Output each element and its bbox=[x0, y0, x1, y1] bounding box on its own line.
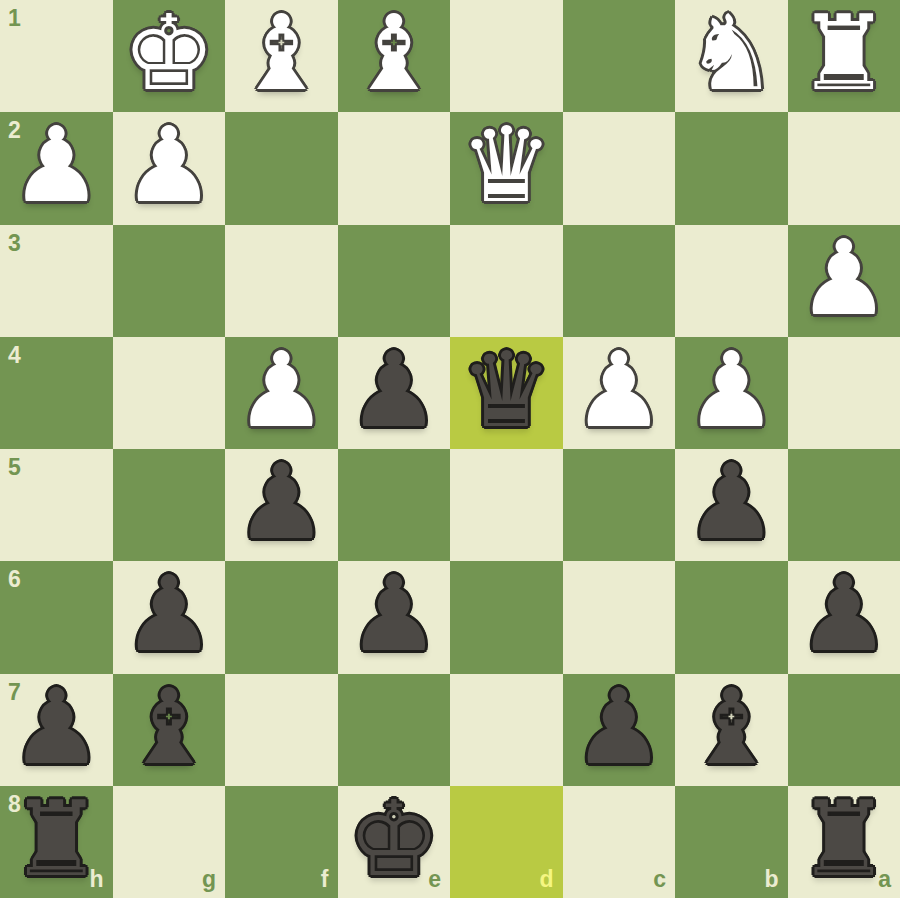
square-g6[interactable]: ♟ bbox=[113, 561, 226, 673]
white-king[interactable]: ♚ bbox=[113, 0, 226, 109]
square-h4[interactable]: 4 bbox=[0, 337, 113, 449]
square-d6[interactable] bbox=[450, 561, 563, 673]
square-d1[interactable] bbox=[450, 0, 563, 112]
black-queen[interactable]: ♛ bbox=[450, 334, 563, 446]
rank-label-6: 6 bbox=[8, 568, 21, 591]
square-d5[interactable] bbox=[450, 449, 563, 561]
file-label-g: g bbox=[202, 868, 216, 891]
rank-label-8: 8 bbox=[8, 793, 21, 816]
square-b1[interactable]: ♞ bbox=[675, 0, 788, 112]
square-g8[interactable]: g bbox=[113, 786, 226, 898]
square-d7[interactable] bbox=[450, 674, 563, 786]
square-e4[interactable]: ♟ bbox=[338, 337, 451, 449]
white-bishop[interactable]: ♝ bbox=[225, 0, 338, 109]
square-b4[interactable]: ♟ bbox=[675, 337, 788, 449]
white-pawn[interactable]: ♟ bbox=[675, 334, 788, 446]
square-c4[interactable]: ♟ bbox=[563, 337, 676, 449]
square-g5[interactable] bbox=[113, 449, 226, 561]
square-g7[interactable]: ♝ bbox=[113, 674, 226, 786]
square-c8[interactable]: c bbox=[563, 786, 676, 898]
square-c7[interactable]: ♟ bbox=[563, 674, 676, 786]
square-g1[interactable]: ♚ bbox=[113, 0, 226, 112]
square-e5[interactable] bbox=[338, 449, 451, 561]
file-label-h: h bbox=[89, 868, 103, 891]
black-bishop[interactable]: ♝ bbox=[675, 671, 788, 783]
square-e6[interactable]: ♟ bbox=[338, 561, 451, 673]
square-h7[interactable]: 7♟ bbox=[0, 674, 113, 786]
file-label-f: f bbox=[321, 868, 329, 891]
square-c6[interactable] bbox=[563, 561, 676, 673]
white-pawn[interactable]: ♟ bbox=[788, 222, 900, 334]
square-h5[interactable]: 5 bbox=[0, 449, 113, 561]
square-h8[interactable]: 8h♜ bbox=[0, 786, 113, 898]
square-a2[interactable] bbox=[788, 112, 900, 224]
rank-label-2: 2 bbox=[8, 119, 21, 142]
square-g3[interactable] bbox=[113, 225, 226, 337]
black-pawn[interactable]: ♟ bbox=[675, 446, 788, 558]
black-pawn[interactable]: ♟ bbox=[788, 558, 900, 670]
square-c2[interactable] bbox=[563, 112, 676, 224]
square-f3[interactable] bbox=[225, 225, 338, 337]
file-label-a: a bbox=[878, 868, 891, 891]
black-pawn[interactable]: ♟ bbox=[338, 558, 451, 670]
square-c1[interactable] bbox=[563, 0, 676, 112]
square-e2[interactable] bbox=[338, 112, 451, 224]
white-bishop[interactable]: ♝ bbox=[338, 0, 451, 109]
black-pawn[interactable]: ♟ bbox=[563, 671, 676, 783]
square-d3[interactable] bbox=[450, 225, 563, 337]
rank-label-3: 3 bbox=[8, 232, 21, 255]
square-c5[interactable] bbox=[563, 449, 676, 561]
square-h2[interactable]: 2♟ bbox=[0, 112, 113, 224]
square-a1[interactable]: ♜ bbox=[788, 0, 900, 112]
square-g4[interactable] bbox=[113, 337, 226, 449]
rank-label-7: 7 bbox=[8, 681, 21, 704]
black-pawn[interactable]: ♟ bbox=[113, 558, 226, 670]
black-pawn[interactable]: ♟ bbox=[338, 334, 451, 446]
square-h3[interactable]: 3 bbox=[0, 225, 113, 337]
square-a5[interactable] bbox=[788, 449, 900, 561]
square-b3[interactable] bbox=[675, 225, 788, 337]
white-knight[interactable]: ♞ bbox=[675, 0, 788, 109]
square-a3[interactable]: ♟ bbox=[788, 225, 900, 337]
rank-label-5: 5 bbox=[8, 456, 21, 479]
square-h6[interactable]: 6 bbox=[0, 561, 113, 673]
square-a6[interactable]: ♟ bbox=[788, 561, 900, 673]
file-label-b: b bbox=[764, 868, 778, 891]
black-pawn[interactable]: ♟ bbox=[225, 446, 338, 558]
square-e1[interactable]: ♝ bbox=[338, 0, 451, 112]
file-label-c: c bbox=[653, 868, 666, 891]
square-f1[interactable]: ♝ bbox=[225, 0, 338, 112]
chess-board: 1♚♝♝♞♜2♟♟♛3♟4♟♟♛♟♟5♟♟6♟♟♟7♟♝♟♝8h♜gfe♚dcb… bbox=[0, 0, 900, 898]
square-b2[interactable] bbox=[675, 112, 788, 224]
rank-label-4: 4 bbox=[8, 344, 21, 367]
square-e7[interactable] bbox=[338, 674, 451, 786]
file-label-e: e bbox=[428, 868, 441, 891]
square-a4[interactable] bbox=[788, 337, 900, 449]
rank-label-1: 1 bbox=[8, 7, 21, 30]
square-f7[interactable] bbox=[225, 674, 338, 786]
square-b7[interactable]: ♝ bbox=[675, 674, 788, 786]
square-a8[interactable]: a♜ bbox=[788, 786, 900, 898]
square-f8[interactable]: f bbox=[225, 786, 338, 898]
white-pawn[interactable]: ♟ bbox=[225, 334, 338, 446]
square-g2[interactable]: ♟ bbox=[113, 112, 226, 224]
square-a7[interactable] bbox=[788, 674, 900, 786]
square-h1[interactable]: 1 bbox=[0, 0, 113, 112]
square-d2[interactable]: ♛ bbox=[450, 112, 563, 224]
square-d4[interactable]: ♛ bbox=[450, 337, 563, 449]
square-c3[interactable] bbox=[563, 225, 676, 337]
square-e3[interactable] bbox=[338, 225, 451, 337]
white-pawn[interactable]: ♟ bbox=[563, 334, 676, 446]
white-rook[interactable]: ♜ bbox=[788, 0, 900, 109]
white-pawn[interactable]: ♟ bbox=[113, 109, 226, 221]
square-f4[interactable]: ♟ bbox=[225, 337, 338, 449]
file-label-d: d bbox=[539, 868, 553, 891]
square-d8[interactable]: d bbox=[450, 786, 563, 898]
square-e8[interactable]: e♚ bbox=[338, 786, 451, 898]
square-b8[interactable]: b bbox=[675, 786, 788, 898]
black-bishop[interactable]: ♝ bbox=[113, 671, 226, 783]
square-b5[interactable]: ♟ bbox=[675, 449, 788, 561]
white-queen[interactable]: ♛ bbox=[450, 109, 563, 221]
square-b6[interactable] bbox=[675, 561, 788, 673]
square-f6[interactable] bbox=[225, 561, 338, 673]
square-f5[interactable]: ♟ bbox=[225, 449, 338, 561]
square-f2[interactable] bbox=[225, 112, 338, 224]
